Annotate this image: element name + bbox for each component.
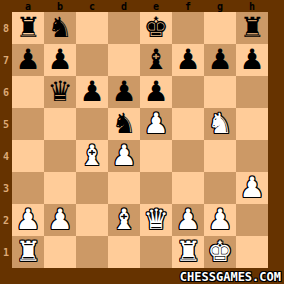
chess-board: ♜♞♚♜♟♟♝♟♟♟♛♟♟♟♞♟♞♝♟♟♟♟♝♛♟♟♜♜♚ <box>12 12 268 268</box>
square-h1[interactable] <box>236 236 268 268</box>
chess-diagram: abcdefgh 87654321 ♜♞♚♜♟♟♝♟♟♟♛♟♟♟♞♟♞♝♟♟♟♟… <box>0 0 284 284</box>
square-h6[interactable] <box>236 76 268 108</box>
square-b4[interactable] <box>44 140 76 172</box>
watermark: CHESSGAMES.COM <box>180 270 281 284</box>
black-pawn: ♟ <box>47 44 72 76</box>
white-bishop: ♝ <box>79 140 104 172</box>
square-b1[interactable] <box>44 236 76 268</box>
square-e1[interactable] <box>140 236 172 268</box>
square-d3[interactable] <box>108 172 140 204</box>
black-rook: ♜ <box>15 12 40 44</box>
square-g1[interactable]: ♚ <box>204 236 236 268</box>
rank-label-6: 6 <box>0 76 12 108</box>
white-queen: ♛ <box>143 204 168 236</box>
square-g7[interactable]: ♟ <box>204 44 236 76</box>
black-knight: ♞ <box>47 12 72 44</box>
square-c3[interactable] <box>76 172 108 204</box>
square-a7[interactable]: ♟ <box>12 44 44 76</box>
square-a1[interactable]: ♜ <box>12 236 44 268</box>
white-rook: ♜ <box>15 236 40 268</box>
white-pawn: ♟ <box>47 204 72 236</box>
square-c5[interactable] <box>76 108 108 140</box>
file-label-f: f <box>172 0 204 12</box>
square-f2[interactable]: ♟ <box>172 204 204 236</box>
square-g2[interactable]: ♟ <box>204 204 236 236</box>
square-a3[interactable] <box>12 172 44 204</box>
file-label-d: d <box>108 0 140 12</box>
square-b5[interactable] <box>44 108 76 140</box>
square-b3[interactable] <box>44 172 76 204</box>
square-c7[interactable] <box>76 44 108 76</box>
white-pawn: ♟ <box>207 204 232 236</box>
square-h4[interactable] <box>236 140 268 172</box>
square-d7[interactable] <box>108 44 140 76</box>
white-pawn: ♟ <box>239 172 264 204</box>
white-pawn: ♟ <box>143 108 168 140</box>
square-g4[interactable] <box>204 140 236 172</box>
square-a2[interactable]: ♟ <box>12 204 44 236</box>
square-f7[interactable]: ♟ <box>172 44 204 76</box>
white-knight: ♞ <box>207 108 232 140</box>
white-rook: ♜ <box>175 236 200 268</box>
square-e6[interactable]: ♟ <box>140 76 172 108</box>
square-g5[interactable]: ♞ <box>204 108 236 140</box>
square-h3[interactable]: ♟ <box>236 172 268 204</box>
black-knight: ♞ <box>111 108 136 140</box>
square-a4[interactable] <box>12 140 44 172</box>
square-h7[interactable]: ♟ <box>236 44 268 76</box>
square-e8[interactable]: ♚ <box>140 12 172 44</box>
square-d4[interactable]: ♟ <box>108 140 140 172</box>
square-b6[interactable]: ♛ <box>44 76 76 108</box>
square-h5[interactable] <box>236 108 268 140</box>
square-e2[interactable]: ♛ <box>140 204 172 236</box>
square-c8[interactable] <box>76 12 108 44</box>
square-d5[interactable]: ♞ <box>108 108 140 140</box>
square-f4[interactable] <box>172 140 204 172</box>
square-a5[interactable] <box>12 108 44 140</box>
square-e4[interactable] <box>140 140 172 172</box>
rank-label-3: 3 <box>0 172 12 204</box>
white-pawn: ♟ <box>15 204 40 236</box>
rank-label-2: 2 <box>0 204 12 236</box>
rank-label-1: 1 <box>0 236 12 268</box>
black-pawn: ♟ <box>175 44 200 76</box>
file-label-g: g <box>204 0 236 12</box>
square-f5[interactable] <box>172 108 204 140</box>
square-d8[interactable] <box>108 12 140 44</box>
black-queen: ♛ <box>47 76 72 108</box>
square-c2[interactable] <box>76 204 108 236</box>
square-h8[interactable]: ♜ <box>236 12 268 44</box>
black-bishop: ♝ <box>143 44 168 76</box>
square-b7[interactable]: ♟ <box>44 44 76 76</box>
rank-label-8: 8 <box>0 12 12 44</box>
white-bishop: ♝ <box>111 204 136 236</box>
square-g6[interactable] <box>204 76 236 108</box>
rank-label-4: 4 <box>0 140 12 172</box>
square-e3[interactable] <box>140 172 172 204</box>
black-king: ♚ <box>143 12 168 44</box>
square-d2[interactable]: ♝ <box>108 204 140 236</box>
black-pawn: ♟ <box>239 44 264 76</box>
black-pawn: ♟ <box>143 76 168 108</box>
square-h2[interactable] <box>236 204 268 236</box>
rank-labels: 87654321 <box>0 12 12 268</box>
square-b2[interactable]: ♟ <box>44 204 76 236</box>
square-g3[interactable] <box>204 172 236 204</box>
square-c4[interactable]: ♝ <box>76 140 108 172</box>
rank-label-5: 5 <box>0 108 12 140</box>
square-b8[interactable]: ♞ <box>44 12 76 44</box>
white-pawn: ♟ <box>175 204 200 236</box>
square-f6[interactable] <box>172 76 204 108</box>
file-label-c: c <box>76 0 108 12</box>
square-c1[interactable] <box>76 236 108 268</box>
black-pawn: ♟ <box>111 76 136 108</box>
square-a6[interactable] <box>12 76 44 108</box>
square-d6[interactable]: ♟ <box>108 76 140 108</box>
square-d1[interactable] <box>108 236 140 268</box>
square-a8[interactable]: ♜ <box>12 12 44 44</box>
black-pawn: ♟ <box>207 44 232 76</box>
square-f1[interactable]: ♜ <box>172 236 204 268</box>
white-pawn: ♟ <box>111 140 136 172</box>
black-rook: ♜ <box>239 12 264 44</box>
black-pawn: ♟ <box>79 76 104 108</box>
square-f8[interactable] <box>172 12 204 44</box>
black-pawn: ♟ <box>15 44 40 76</box>
rank-label-7: 7 <box>0 44 12 76</box>
square-g8[interactable] <box>204 12 236 44</box>
square-e7[interactable]: ♝ <box>140 44 172 76</box>
square-c6[interactable]: ♟ <box>76 76 108 108</box>
square-e5[interactable]: ♟ <box>140 108 172 140</box>
square-f3[interactable] <box>172 172 204 204</box>
white-king: ♚ <box>207 236 232 268</box>
